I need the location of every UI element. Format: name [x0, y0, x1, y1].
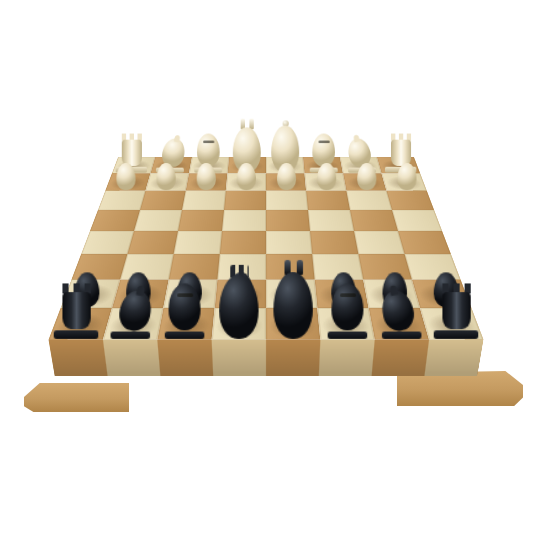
- square: [145, 173, 189, 191]
- square: [105, 173, 150, 191]
- chessboard: [49, 157, 484, 340]
- white-pawn: [105, 114, 145, 191]
- black-queen: [212, 235, 266, 339]
- piece-base: [328, 332, 367, 339]
- square: [266, 173, 306, 191]
- square: [98, 191, 145, 210]
- piece-base: [165, 332, 204, 339]
- square: [140, 191, 186, 210]
- white-pawn: [146, 114, 186, 191]
- pawn-body: [236, 163, 255, 190]
- square: [224, 191, 266, 210]
- bishop-slit: [340, 293, 356, 297]
- pawn-body: [357, 163, 376, 190]
- square: [103, 308, 163, 340]
- piece-base: [434, 330, 478, 339]
- square: [212, 308, 266, 340]
- white-pawn: [386, 114, 426, 191]
- piece-base: [54, 330, 98, 339]
- pawn-body: [276, 163, 295, 190]
- square: [266, 308, 320, 340]
- bishop-slit: [177, 293, 193, 297]
- square: [157, 308, 214, 340]
- square: [343, 173, 387, 191]
- square: [182, 191, 226, 210]
- white-pawn: [266, 114, 306, 191]
- queen-body: [219, 275, 258, 339]
- white-pawn: [306, 114, 346, 191]
- square: [226, 173, 266, 191]
- square: [420, 308, 483, 340]
- bishop-body: [169, 283, 201, 330]
- rook-body: [442, 292, 470, 329]
- bishop-body: [331, 283, 363, 330]
- white-pawn: [186, 114, 226, 191]
- square: [387, 191, 434, 210]
- square: [304, 173, 346, 191]
- black-king: [266, 235, 320, 339]
- king-body: [273, 272, 312, 339]
- black-rook: [429, 235, 483, 339]
- square: [381, 173, 426, 191]
- square: [317, 308, 374, 340]
- black-bishop: [320, 235, 374, 339]
- pawn-body: [317, 163, 336, 190]
- square: [186, 173, 228, 191]
- square: [369, 308, 429, 340]
- black-rook: [49, 235, 103, 339]
- white-pawn: [226, 114, 266, 191]
- square: [346, 191, 392, 210]
- square: [306, 191, 350, 210]
- pawn-body: [116, 163, 135, 190]
- black-knight: [103, 235, 157, 339]
- pawn-body: [196, 163, 215, 190]
- knight-point: [135, 285, 144, 296]
- square: [266, 191, 308, 210]
- pawn-body: [156, 163, 175, 190]
- pawn-body: [397, 163, 416, 190]
- black-bishop: [157, 235, 211, 339]
- rook-body: [62, 292, 90, 329]
- black-knight: [375, 235, 429, 339]
- white-pawn: [346, 114, 386, 191]
- board-front-face: [49, 340, 484, 376]
- chess-set-photo: [0, 0, 533, 533]
- perspective-stage: [0, 0, 533, 533]
